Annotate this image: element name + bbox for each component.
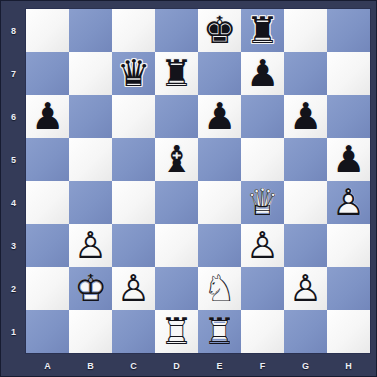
piece-black-pawn[interactable]: ♟ <box>284 95 327 138</box>
square-h7[interactable] <box>327 52 370 95</box>
square-d8[interactable] <box>155 9 198 52</box>
square-a7[interactable] <box>26 52 69 95</box>
square-e3[interactable] <box>198 224 241 267</box>
square-a4[interactable] <box>26 181 69 224</box>
square-g3[interactable] <box>284 224 327 267</box>
piece-black-bishop[interactable]: ♝ <box>155 138 198 181</box>
black-pawn-icon: ♟ <box>198 95 241 138</box>
file-label-e: E <box>198 353 241 377</box>
white-queen-outline-icon: ♕ <box>241 181 284 224</box>
square-b6[interactable] <box>69 95 112 138</box>
file-label-d: D <box>155 353 198 377</box>
square-e5[interactable] <box>198 138 241 181</box>
piece-black-pawn[interactable]: ♟ <box>241 52 284 95</box>
square-d5[interactable]: ♝ <box>155 138 198 181</box>
square-d6[interactable] <box>155 95 198 138</box>
piece-white-rook[interactable]: ♜♖ <box>198 310 241 353</box>
rank-label-5: 5 <box>1 138 26 181</box>
file-label-h: H <box>327 353 370 377</box>
square-g2[interactable]: ♟♙ <box>284 267 327 310</box>
piece-black-queen[interactable]: ♛ <box>112 52 155 95</box>
white-pawn-outline-icon: ♙ <box>284 267 327 310</box>
square-d3[interactable] <box>155 224 198 267</box>
square-a8[interactable] <box>26 9 69 52</box>
black-pawn-icon: ♟ <box>327 138 370 181</box>
rank-label-4: 4 <box>1 181 26 224</box>
rank-label-6: 6 <box>1 95 26 138</box>
black-bishop-icon: ♝ <box>155 138 198 181</box>
black-king-icon: ♚ <box>198 9 241 52</box>
white-king-outline-icon: ♔ <box>69 267 112 310</box>
piece-black-rook[interactable]: ♜ <box>241 9 284 52</box>
square-a1[interactable] <box>26 310 69 353</box>
square-g4[interactable] <box>284 181 327 224</box>
square-g1[interactable] <box>284 310 327 353</box>
square-b8[interactable] <box>69 9 112 52</box>
white-rook-outline-icon: ♖ <box>155 310 198 353</box>
square-c8[interactable] <box>112 9 155 52</box>
square-e6[interactable]: ♟ <box>198 95 241 138</box>
square-g7[interactable] <box>284 52 327 95</box>
square-h8[interactable] <box>327 9 370 52</box>
rank-label-3: 3 <box>1 224 26 267</box>
file-label-f: F <box>241 353 284 377</box>
white-pawn-outline-icon: ♙ <box>69 224 112 267</box>
square-e7[interactable] <box>198 52 241 95</box>
square-c4[interactable] <box>112 181 155 224</box>
square-g5[interactable] <box>284 138 327 181</box>
square-g8[interactable] <box>284 9 327 52</box>
white-pawn-outline-icon: ♙ <box>241 224 284 267</box>
piece-white-pawn[interactable]: ♟♙ <box>327 181 370 224</box>
square-f4[interactable]: ♛♕ <box>241 181 284 224</box>
square-f1[interactable] <box>241 310 284 353</box>
piece-black-pawn[interactable]: ♟ <box>198 95 241 138</box>
square-e2[interactable]: ♞♘ <box>198 267 241 310</box>
square-a6[interactable]: ♟ <box>26 95 69 138</box>
white-rook-outline-icon: ♖ <box>198 310 241 353</box>
rank-labels: 87654321 <box>1 9 26 353</box>
square-b5[interactable] <box>69 138 112 181</box>
square-h2[interactable] <box>327 267 370 310</box>
piece-white-pawn[interactable]: ♟♙ <box>112 267 155 310</box>
square-a5[interactable] <box>26 138 69 181</box>
square-a3[interactable] <box>26 224 69 267</box>
white-pawn-outline-icon: ♙ <box>327 181 370 224</box>
square-c7[interactable]: ♛ <box>112 52 155 95</box>
file-label-c: C <box>112 353 155 377</box>
piece-white-rook[interactable]: ♜♖ <box>155 310 198 353</box>
square-c2[interactable]: ♟♙ <box>112 267 155 310</box>
piece-white-knight[interactable]: ♞♘ <box>198 267 241 310</box>
square-f8[interactable]: ♜ <box>241 9 284 52</box>
square-d2[interactable] <box>155 267 198 310</box>
rank-label-1: 1 <box>1 310 26 353</box>
square-f5[interactable] <box>241 138 284 181</box>
square-b7[interactable] <box>69 52 112 95</box>
square-g6[interactable]: ♟ <box>284 95 327 138</box>
square-f7[interactable]: ♟ <box>241 52 284 95</box>
square-a2[interactable] <box>26 267 69 310</box>
square-c3[interactable] <box>112 224 155 267</box>
square-b3[interactable]: ♟♙ <box>69 224 112 267</box>
square-b1[interactable] <box>69 310 112 353</box>
square-b2[interactable]: ♚♔ <box>69 267 112 310</box>
board[interactable]: ♚♜♛♜♟♟♟♟♝♟♛♕♟♙♟♙♟♙♚♔♟♙♞♘♟♙♜♖♜♖ <box>26 9 370 353</box>
file-labels: ABCDEFGH <box>26 353 370 377</box>
square-c1[interactable] <box>112 310 155 353</box>
black-queen-icon: ♛ <box>112 52 155 95</box>
square-c5[interactable] <box>112 138 155 181</box>
square-h4[interactable]: ♟♙ <box>327 181 370 224</box>
square-d4[interactable] <box>155 181 198 224</box>
chess-board-diagram: 87654321 ABCDEFGH ♚♜♛♜♟♟♟♟♝♟♛♕♟♙♟♙♟♙♚♔♟♙… <box>0 0 377 377</box>
square-b4[interactable] <box>69 181 112 224</box>
black-pawn-icon: ♟ <box>241 52 284 95</box>
square-h1[interactable] <box>327 310 370 353</box>
file-label-b: B <box>69 353 112 377</box>
black-rook-icon: ♜ <box>241 9 284 52</box>
file-label-a: A <box>26 353 69 377</box>
piece-white-pawn[interactable]: ♟♙ <box>241 224 284 267</box>
square-d1[interactable]: ♜♖ <box>155 310 198 353</box>
white-knight-outline-icon: ♘ <box>198 267 241 310</box>
rank-label-8: 8 <box>1 9 26 52</box>
piece-black-pawn[interactable]: ♟ <box>26 95 69 138</box>
square-f3[interactable]: ♟♙ <box>241 224 284 267</box>
piece-white-pawn[interactable]: ♟♙ <box>284 267 327 310</box>
black-pawn-icon: ♟ <box>284 95 327 138</box>
square-f6[interactable] <box>241 95 284 138</box>
black-rook-icon: ♜ <box>155 52 198 95</box>
square-e8[interactable]: ♚ <box>198 9 241 52</box>
square-c6[interactable] <box>112 95 155 138</box>
piece-white-king[interactable]: ♚♔ <box>69 267 112 310</box>
square-e1[interactable]: ♜♖ <box>198 310 241 353</box>
square-h5[interactable]: ♟ <box>327 138 370 181</box>
square-e4[interactable] <box>198 181 241 224</box>
piece-black-king[interactable]: ♚ <box>198 9 241 52</box>
square-h6[interactable] <box>327 95 370 138</box>
rank-label-2: 2 <box>1 267 26 310</box>
piece-black-rook[interactable]: ♜ <box>155 52 198 95</box>
square-h3[interactable] <box>327 224 370 267</box>
square-f2[interactable] <box>241 267 284 310</box>
piece-white-queen[interactable]: ♛♕ <box>241 181 284 224</box>
black-pawn-icon: ♟ <box>26 95 69 138</box>
white-pawn-outline-icon: ♙ <box>112 267 155 310</box>
piece-black-pawn[interactable]: ♟ <box>327 138 370 181</box>
rank-label-7: 7 <box>1 52 26 95</box>
square-d7[interactable]: ♜ <box>155 52 198 95</box>
file-label-g: G <box>284 353 327 377</box>
piece-white-pawn[interactable]: ♟♙ <box>69 224 112 267</box>
